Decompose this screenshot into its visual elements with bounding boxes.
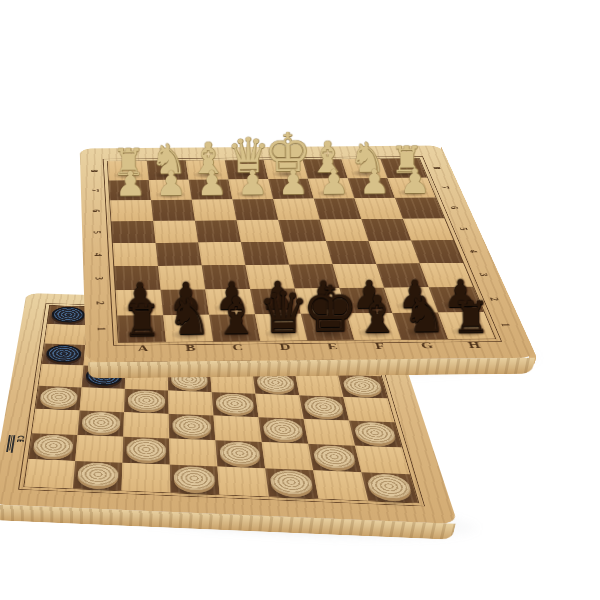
rank-label-4: 4 bbox=[76, 250, 120, 260]
checkers-square-r6c5 bbox=[213, 416, 261, 443]
checkers-square-r8c4 bbox=[170, 465, 220, 495]
chess-square-c7: ♟ bbox=[189, 179, 233, 199]
checkers-square-r8c6 bbox=[265, 468, 318, 498]
rank-labels-left: 87654321 bbox=[86, 161, 112, 342]
checkers-square-r5c3 bbox=[124, 389, 169, 414]
white-pawn: ♟ bbox=[400, 165, 431, 197]
checkers-square-r7c6 bbox=[262, 442, 313, 470]
checkers-square-r4c1 bbox=[39, 364, 84, 387]
checkers-square-r7c2 bbox=[75, 435, 123, 463]
chess-square-f4 bbox=[326, 241, 376, 264]
chess-square-d6 bbox=[232, 199, 278, 220]
black-queen: ♛ bbox=[258, 286, 309, 341]
dark-checker bbox=[51, 306, 86, 323]
chess-square-e6 bbox=[273, 199, 320, 220]
light-checker bbox=[303, 396, 345, 417]
checkers-board-front-edge bbox=[0, 504, 456, 539]
checkers-square-r8c1 bbox=[24, 459, 75, 488]
checkers-square-r6c8 bbox=[349, 421, 402, 448]
checkers-square-r5c7 bbox=[299, 395, 349, 420]
checkers-square-r8c3 bbox=[122, 463, 171, 493]
checkers-square-r8c7 bbox=[313, 470, 368, 500]
checkers-square-r5c5 bbox=[212, 392, 259, 417]
rank-label-7: 7 bbox=[75, 186, 116, 195]
rank-label-6: 6 bbox=[432, 203, 477, 212]
light-checker bbox=[269, 470, 314, 495]
light-checker bbox=[172, 415, 211, 437]
light-checker bbox=[215, 393, 254, 414]
light-checker bbox=[312, 445, 357, 469]
file-label-f: F bbox=[355, 341, 405, 351]
checkers-square-r6c7 bbox=[304, 419, 355, 446]
chess-square-f5 bbox=[320, 219, 369, 241]
checkers-square-r7c8 bbox=[355, 446, 410, 475]
white-pawn: ♟ bbox=[278, 166, 309, 198]
file-label-b: B bbox=[166, 343, 215, 353]
chess-square-c1: ♝ bbox=[209, 314, 260, 341]
checkers-square-r7c1 bbox=[28, 433, 77, 461]
rank-label-7: 7 bbox=[424, 183, 468, 192]
chess-square-b4 bbox=[155, 242, 201, 265]
file-label-e: E bbox=[308, 342, 358, 352]
chess-square-h7: ♟ bbox=[387, 178, 435, 198]
chess-square-f1: ♝ bbox=[347, 313, 402, 340]
rank-label-1: 1 bbox=[78, 323, 125, 335]
file-label-c: C bbox=[213, 343, 262, 353]
light-checker bbox=[128, 390, 165, 411]
chess-board-wrapper: ♜♞♝♛♚♝♞♜♟♟♟♟♟♟♟♟♟♟♟♟♟♟♟♟♜♞♝♛♚♝♞♜ ABCDEFG… bbox=[86, 0, 538, 360]
chess-square-e4 bbox=[283, 241, 332, 264]
checkers-square-r7c3 bbox=[122, 437, 169, 465]
chess-square-g4 bbox=[368, 240, 419, 263]
chess-square-e5 bbox=[278, 219, 326, 241]
light-checker bbox=[219, 441, 261, 465]
checkers-square-r8c8 bbox=[361, 472, 418, 502]
product-photo-scene: CE ♜♞♝♛♚♝♞♜♟♟♟♟♟♟♟♟♟♟♟♟♟♟♟♟♜♞♝♛♚♝♞♜ ABCD… bbox=[0, 0, 600, 600]
black-king: ♚ bbox=[302, 280, 359, 340]
checkers-square-r5c6 bbox=[255, 394, 303, 419]
file-label-d: D bbox=[261, 342, 310, 352]
rank-label-3: 3 bbox=[77, 273, 122, 283]
file-label-a: A bbox=[119, 343, 167, 353]
rank-label-8: 8 bbox=[75, 167, 115, 175]
chess-square-e7: ♟ bbox=[268, 179, 313, 199]
chess-square-f6 bbox=[314, 198, 362, 219]
light-checker bbox=[81, 412, 120, 434]
checkers-square-r5c2 bbox=[80, 387, 125, 412]
checkers-square-r5c8 bbox=[343, 397, 394, 422]
light-checker bbox=[174, 466, 216, 491]
chess-square-g7: ♟ bbox=[348, 178, 395, 198]
white-pawn: ♟ bbox=[237, 166, 268, 199]
chess-square-d1: ♛ bbox=[255, 314, 307, 341]
checkers-square-r4c8 bbox=[338, 375, 388, 399]
checkers-square-r5c4 bbox=[168, 391, 213, 416]
chess-square-a7: ♟ bbox=[109, 180, 151, 200]
dark-checker bbox=[45, 344, 82, 362]
rank-label-4: 4 bbox=[450, 246, 497, 256]
chess-board: ♜♞♝♛♚♝♞♜♟♟♟♟♟♟♟♟♟♟♟♟♟♟♟♟♜♞♝♛♚♝♞♜ ABCDEFG… bbox=[80, 145, 537, 362]
black-bishop: ♝ bbox=[213, 292, 259, 341]
checkers-square-r6c6 bbox=[258, 417, 308, 444]
chess-square-b7: ♟ bbox=[149, 180, 192, 200]
checkers-square-r7c5 bbox=[215, 440, 265, 468]
checkers-square-r5c1 bbox=[35, 386, 81, 411]
light-checker bbox=[342, 376, 384, 396]
light-checker bbox=[353, 422, 397, 445]
white-pawn: ♟ bbox=[318, 166, 349, 198]
white-pawn: ♟ bbox=[156, 167, 187, 200]
file-label-g: G bbox=[402, 341, 453, 351]
chess-square-c6 bbox=[192, 199, 237, 220]
chess-square-c4 bbox=[198, 242, 245, 265]
chess-square-h1: ♜ bbox=[438, 312, 495, 339]
rank-label-5: 5 bbox=[441, 224, 487, 233]
chess-board-front-edge bbox=[88, 358, 535, 379]
black-knight: ♞ bbox=[402, 292, 446, 339]
chess-square-c5 bbox=[195, 220, 241, 242]
light-checker bbox=[366, 474, 414, 499]
ce-mark: CE bbox=[12, 435, 25, 459]
file-labels: ABCDEFGH bbox=[119, 340, 500, 354]
light-checker bbox=[262, 418, 304, 440]
checkers-square-r6c3 bbox=[123, 412, 169, 438]
black-rook: ♜ bbox=[452, 297, 491, 338]
checkers-square-r3c1 bbox=[42, 344, 86, 366]
white-pawn: ♟ bbox=[115, 167, 146, 200]
rank-label-6: 6 bbox=[75, 206, 117, 215]
checkers-square-r1c1 bbox=[47, 306, 88, 326]
light-checker bbox=[126, 438, 166, 461]
file-label-h: H bbox=[449, 340, 500, 350]
chess-square-d4 bbox=[241, 242, 289, 265]
chess-square-d5 bbox=[237, 220, 284, 242]
black-bishop: ♝ bbox=[354, 290, 400, 339]
checkers-square-r4c7 bbox=[295, 373, 343, 397]
checkers-square-r6c2 bbox=[77, 410, 124, 436]
light-checker bbox=[77, 462, 119, 487]
checkers-square-r6c1 bbox=[32, 409, 80, 435]
chess-square-b1: ♞ bbox=[163, 315, 213, 342]
chess-square-g1: ♞ bbox=[392, 312, 448, 339]
rank-label-5: 5 bbox=[76, 228, 119, 238]
ce-print-block: CE bbox=[5, 435, 26, 460]
chess-square-d7: ♟ bbox=[228, 179, 273, 199]
white-pawn: ♟ bbox=[196, 167, 227, 200]
light-checker bbox=[32, 434, 73, 457]
chess-square-b5 bbox=[153, 221, 198, 243]
chess-square-a1: ♜ bbox=[117, 315, 166, 342]
checkers-square-r7c4 bbox=[169, 438, 217, 466]
checkers-square-r6c4 bbox=[169, 414, 216, 440]
checkers-square-r8c2 bbox=[73, 461, 123, 491]
white-pawn: ♟ bbox=[359, 165, 390, 197]
chess-square-b6 bbox=[151, 200, 195, 221]
light-checker bbox=[39, 387, 78, 408]
chess-square-f7: ♟ bbox=[308, 178, 354, 198]
checkers-square-r8c5 bbox=[217, 467, 268, 497]
black-knight: ♞ bbox=[167, 294, 211, 341]
checkers-square-r7c7 bbox=[308, 444, 361, 472]
black-rook: ♜ bbox=[123, 300, 162, 341]
